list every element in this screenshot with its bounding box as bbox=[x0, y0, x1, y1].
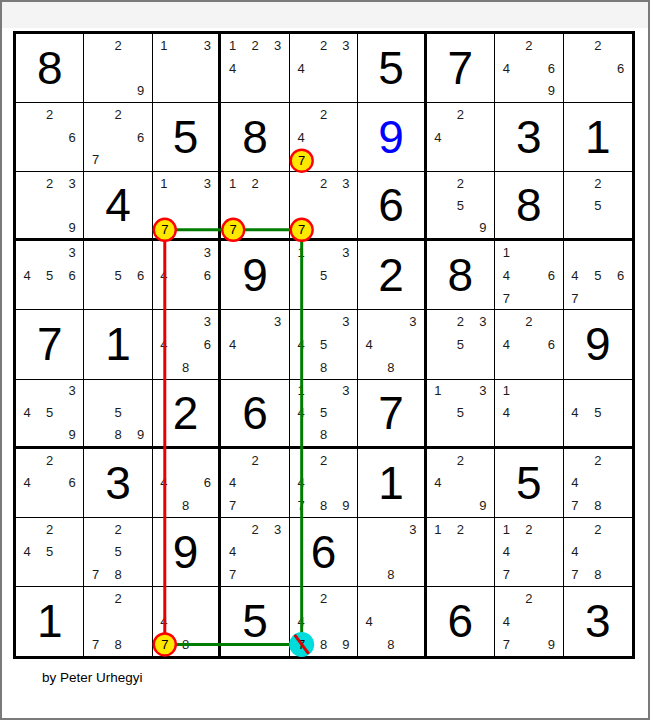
candidate-4: 4 bbox=[290, 471, 312, 494]
candidate-3: 3 bbox=[61, 380, 83, 402]
candidate-2: 2 bbox=[244, 172, 266, 194]
candidate-3: 3 bbox=[402, 518, 424, 541]
cell-r6c2[interactable]: 589 bbox=[84, 380, 152, 449]
cell-r2c2[interactable]: 267 bbox=[84, 103, 152, 172]
candidates: 234 bbox=[290, 34, 357, 102]
candidate-7: 7 bbox=[495, 563, 517, 586]
candidate-2: 2 bbox=[38, 518, 60, 541]
candidate-5: 5 bbox=[107, 540, 129, 563]
candidate-2: 2 bbox=[312, 587, 334, 610]
candidates: 127 bbox=[221, 172, 288, 238]
cell-r4c7[interactable]: 8 bbox=[427, 241, 495, 310]
cell-r9c4[interactable]: 5 bbox=[221, 587, 289, 656]
candidates: 246 bbox=[495, 310, 562, 378]
candidate-3: 3 bbox=[61, 172, 83, 194]
cell-r9c5[interactable]: 24789 bbox=[290, 587, 358, 656]
cell-r3c1[interactable]: 239 bbox=[16, 172, 84, 241]
cell-r2c4[interactable]: 8 bbox=[221, 103, 289, 172]
candidate-2: 2 bbox=[107, 103, 129, 126]
cell-r4c5[interactable]: 135 bbox=[290, 241, 358, 310]
candidate-7: 7 bbox=[84, 563, 106, 586]
given-digit: 6 bbox=[358, 172, 423, 238]
candidate-7: 7 bbox=[564, 494, 587, 517]
candidate-8: 8 bbox=[175, 356, 197, 379]
candidate-7: 7 bbox=[221, 563, 243, 586]
given-digit: 1 bbox=[358, 449, 423, 517]
candidate-2: 2 bbox=[312, 103, 334, 126]
candidates: 24789 bbox=[290, 587, 357, 656]
candidate-7: 7 bbox=[221, 216, 243, 238]
candidate-4: 4 bbox=[495, 402, 517, 424]
cell-r4c9[interactable]: 4567 bbox=[564, 241, 632, 310]
sudoku-board[interactable]: 8291312342345724692626267582479243123941… bbox=[13, 31, 635, 659]
candidate-4: 4 bbox=[16, 540, 38, 563]
candidates: 3456 bbox=[16, 241, 83, 309]
candidate-4: 4 bbox=[495, 610, 517, 633]
candidates: 1467 bbox=[495, 241, 562, 309]
candidate-1: 1 bbox=[495, 380, 517, 402]
candidate-6: 6 bbox=[197, 471, 219, 494]
candidate-1: 1 bbox=[495, 241, 517, 264]
candidate-7: 7 bbox=[290, 216, 312, 238]
cell-r1c8[interactable]: 2469 bbox=[495, 34, 563, 103]
candidates: 24 bbox=[427, 103, 494, 171]
candidates: 2347 bbox=[221, 518, 288, 586]
candidate-2: 2 bbox=[449, 103, 471, 126]
candidate-9: 9 bbox=[540, 633, 562, 656]
given-digit: 7 bbox=[427, 34, 494, 102]
candidates: 13 bbox=[153, 34, 218, 102]
candidate-8: 8 bbox=[175, 494, 197, 517]
candidate-4: 4 bbox=[564, 540, 587, 563]
given-digit: 5 bbox=[221, 587, 288, 656]
cell-r6c5[interactable]: 13458 bbox=[290, 380, 358, 449]
cell-r6c9[interactable]: 45 bbox=[564, 380, 632, 449]
candidates: 2469 bbox=[495, 34, 562, 102]
candidates: 348 bbox=[358, 310, 423, 378]
candidates: 235 bbox=[427, 310, 494, 378]
cell-r5c9[interactable]: 9 bbox=[564, 310, 632, 379]
given-digit: 7 bbox=[358, 380, 423, 446]
candidates: 246 bbox=[16, 449, 83, 517]
given-digit: 6 bbox=[221, 380, 288, 446]
cell-r1c7[interactable]: 7 bbox=[427, 34, 495, 103]
candidate-2: 2 bbox=[586, 172, 609, 194]
cell-r5c7[interactable]: 235 bbox=[427, 310, 495, 379]
candidate-3: 3 bbox=[402, 310, 424, 333]
cell-r5c8[interactable]: 246 bbox=[495, 310, 563, 379]
given-digit: 9 bbox=[221, 241, 288, 309]
candidate-2: 2 bbox=[518, 587, 540, 610]
candidate-3: 3 bbox=[61, 241, 83, 264]
cell-r4c1[interactable]: 3456 bbox=[16, 241, 84, 310]
cell-r2c9[interactable]: 1 bbox=[564, 103, 632, 172]
given-digit: 8 bbox=[495, 172, 562, 238]
cell-r8c6[interactable]: 38 bbox=[358, 518, 426, 587]
candidates: 589 bbox=[84, 380, 151, 446]
given-digit: 3 bbox=[495, 103, 562, 171]
candidate-2: 2 bbox=[244, 34, 266, 57]
candidate-6: 6 bbox=[609, 57, 632, 80]
candidate-5: 5 bbox=[586, 402, 609, 424]
candidate-2: 2 bbox=[38, 449, 60, 472]
candidate-3: 3 bbox=[266, 34, 288, 57]
candidate-1: 1 bbox=[427, 380, 449, 402]
candidate-7: 7 bbox=[290, 494, 312, 517]
cell-r7c9[interactable]: 2478 bbox=[564, 449, 632, 518]
candidate-2: 2 bbox=[38, 172, 60, 194]
candidates: 4567 bbox=[564, 241, 632, 309]
cell-r6c4[interactable]: 6 bbox=[221, 380, 289, 449]
candidate-6: 6 bbox=[197, 333, 219, 356]
candidate-3: 3 bbox=[472, 380, 494, 402]
candidate-2: 2 bbox=[449, 449, 471, 472]
candidate-4: 4 bbox=[427, 471, 449, 494]
candidate-7: 7 bbox=[84, 633, 106, 656]
candidate-5: 5 bbox=[449, 333, 471, 356]
candidate-6: 6 bbox=[540, 57, 562, 80]
candidate-2: 2 bbox=[586, 34, 609, 57]
candidate-4: 4 bbox=[290, 402, 312, 424]
candidate-3: 3 bbox=[335, 241, 357, 264]
given-digit: 8 bbox=[16, 34, 83, 102]
candidate-2: 2 bbox=[312, 172, 334, 194]
cell-r7c7[interactable]: 249 bbox=[427, 449, 495, 518]
cell-r7c1[interactable]: 246 bbox=[16, 449, 84, 518]
candidate-3: 3 bbox=[472, 310, 494, 333]
given-digit: 2 bbox=[153, 380, 218, 446]
cell-r8c1[interactable]: 245 bbox=[16, 518, 84, 587]
cell-r5c3[interactable]: 3468 bbox=[153, 310, 221, 379]
cell-r6c1[interactable]: 3459 bbox=[16, 380, 84, 449]
candidate-2: 2 bbox=[244, 518, 266, 541]
candidates: 267 bbox=[84, 103, 151, 171]
candidate-2: 2 bbox=[38, 103, 60, 126]
candidates: 26 bbox=[564, 34, 632, 102]
cell-r3c7[interactable]: 259 bbox=[427, 172, 495, 241]
candidate-2: 2 bbox=[449, 518, 471, 541]
candidate-1: 1 bbox=[427, 518, 449, 541]
cell-r1c3[interactable]: 13 bbox=[153, 34, 221, 103]
candidate-9: 9 bbox=[61, 424, 83, 446]
candidate-7: 7 bbox=[290, 633, 312, 656]
cell-r7c6[interactable]: 1 bbox=[358, 449, 426, 518]
cell-r9c3[interactable]: 478 bbox=[153, 587, 221, 656]
candidate-3: 3 bbox=[197, 241, 219, 264]
candidate-7: 7 bbox=[564, 287, 587, 310]
candidate-4: 4 bbox=[153, 264, 175, 287]
candidates: 25 bbox=[564, 172, 632, 238]
candidate-2: 2 bbox=[518, 518, 540, 541]
candidates: 45 bbox=[564, 380, 632, 446]
cell-r7c4[interactable]: 247 bbox=[221, 449, 289, 518]
candidate-9: 9 bbox=[335, 633, 357, 656]
candidate-3: 3 bbox=[197, 172, 219, 194]
cell-r9c9[interactable]: 3 bbox=[564, 587, 632, 656]
candidates: 34 bbox=[221, 310, 288, 378]
cell-r5c4[interactable]: 34 bbox=[221, 310, 289, 379]
candidate-4: 4 bbox=[221, 471, 243, 494]
cell-r8c5[interactable]: 6 bbox=[290, 518, 358, 587]
candidate-4: 4 bbox=[290, 333, 312, 356]
candidates: 478 bbox=[153, 587, 218, 656]
candidate-8: 8 bbox=[586, 563, 609, 586]
cell-r6c3[interactable]: 2 bbox=[153, 380, 221, 449]
candidate-8: 8 bbox=[380, 633, 402, 656]
given-digit: 3 bbox=[84, 449, 151, 517]
candidate-3: 3 bbox=[335, 310, 357, 333]
candidate-6: 6 bbox=[609, 264, 632, 287]
given-digit: 1 bbox=[564, 103, 632, 171]
given-digit: 5 bbox=[495, 449, 562, 517]
candidates: 239 bbox=[16, 172, 83, 238]
cell-r2c5[interactable]: 247 bbox=[290, 103, 358, 172]
given-digit: 9 bbox=[153, 518, 218, 586]
cell-r7c8[interactable]: 5 bbox=[495, 449, 563, 518]
candidate-5: 5 bbox=[38, 264, 60, 287]
cell-r3c5[interactable]: 237 bbox=[290, 172, 358, 241]
candidate-7: 7 bbox=[84, 149, 106, 172]
candidate-2: 2 bbox=[107, 518, 129, 541]
candidates: 38 bbox=[358, 518, 423, 586]
candidate-3: 3 bbox=[335, 380, 357, 402]
candidate-5: 5 bbox=[38, 402, 60, 424]
cell-r9c8[interactable]: 2479 bbox=[495, 587, 563, 656]
candidate-5: 5 bbox=[107, 402, 129, 424]
cell-r4c3[interactable]: 346 bbox=[153, 241, 221, 310]
candidate-2: 2 bbox=[449, 310, 471, 333]
candidate-4: 4 bbox=[221, 57, 243, 80]
candidate-6: 6 bbox=[540, 264, 562, 287]
cell-r1c1[interactable]: 8 bbox=[16, 34, 84, 103]
candidate-7: 7 bbox=[495, 287, 517, 310]
candidates: 48 bbox=[358, 587, 423, 656]
candidate-4: 4 bbox=[564, 264, 587, 287]
cell-r5c5[interactable]: 3458 bbox=[290, 310, 358, 379]
candidate-5: 5 bbox=[312, 402, 334, 424]
cell-r7c2[interactable]: 3 bbox=[84, 449, 152, 518]
candidate-7: 7 bbox=[153, 633, 175, 656]
cell-r5c2[interactable]: 1 bbox=[84, 310, 152, 379]
cell-r2c3[interactable]: 5 bbox=[153, 103, 221, 172]
cell-r2c8[interactable]: 3 bbox=[495, 103, 563, 172]
candidates: 1247 bbox=[495, 518, 562, 586]
candidates: 245 bbox=[16, 518, 83, 586]
cell-r1c9[interactable]: 26 bbox=[564, 34, 632, 103]
cell-r6c8[interactable]: 14 bbox=[495, 380, 563, 449]
candidate-2: 2 bbox=[449, 172, 471, 194]
candidates: 2578 bbox=[84, 518, 151, 586]
candidates: 247 bbox=[290, 103, 357, 171]
candidate-2: 2 bbox=[586, 518, 609, 541]
cell-r5c6[interactable]: 348 bbox=[358, 310, 426, 379]
candidate-3: 3 bbox=[197, 34, 219, 57]
candidates: 2478 bbox=[564, 518, 632, 586]
candidate-4: 4 bbox=[16, 264, 38, 287]
candidates: 468 bbox=[153, 449, 218, 517]
candidate-4: 4 bbox=[153, 333, 175, 356]
candidate-6: 6 bbox=[540, 333, 562, 356]
cell-r1c4[interactable]: 1234 bbox=[221, 34, 289, 103]
cell-r8c9[interactable]: 2478 bbox=[564, 518, 632, 587]
candidate-1: 1 bbox=[290, 380, 312, 402]
candidate-2: 2 bbox=[518, 34, 540, 57]
candidate-5: 5 bbox=[449, 402, 471, 424]
candidate-8: 8 bbox=[380, 563, 402, 586]
cell-r2c7[interactable]: 24 bbox=[427, 103, 495, 172]
cell-r3c4[interactable]: 127 bbox=[221, 172, 289, 241]
cell-r1c2[interactable]: 29 bbox=[84, 34, 152, 103]
candidates: 135 bbox=[290, 241, 357, 309]
cell-r8c7[interactable]: 12 bbox=[427, 518, 495, 587]
cell-r1c5[interactable]: 234 bbox=[290, 34, 358, 103]
cell-r3c9[interactable]: 25 bbox=[564, 172, 632, 241]
candidate-4: 4 bbox=[290, 610, 312, 633]
cell-r3c6[interactable]: 6 bbox=[358, 172, 426, 241]
candidate-6: 6 bbox=[61, 471, 83, 494]
given-digit: 1 bbox=[84, 310, 151, 378]
candidate-7: 7 bbox=[495, 633, 517, 656]
candidate-7: 7 bbox=[564, 563, 587, 586]
candidates: 3459 bbox=[16, 380, 83, 446]
cell-r8c4[interactable]: 2347 bbox=[221, 518, 289, 587]
candidate-4: 4 bbox=[495, 333, 517, 356]
candidate-9: 9 bbox=[472, 216, 494, 238]
candidates: 137 bbox=[153, 172, 218, 238]
candidate-5: 5 bbox=[449, 194, 471, 216]
candidate-3: 3 bbox=[197, 310, 219, 333]
candidate-4: 4 bbox=[16, 402, 38, 424]
candidate-4: 4 bbox=[495, 264, 517, 287]
candidate-3: 3 bbox=[335, 172, 357, 194]
candidate-8: 8 bbox=[380, 356, 402, 379]
cell-r6c6[interactable]: 7 bbox=[358, 380, 426, 449]
candidate-7: 7 bbox=[153, 216, 175, 238]
candidate-9: 9 bbox=[61, 216, 83, 238]
candidate-5: 5 bbox=[312, 333, 334, 356]
window-top-strip bbox=[2, 2, 648, 28]
candidate-9: 9 bbox=[129, 424, 151, 446]
cell-r4c4[interactable]: 9 bbox=[221, 241, 289, 310]
cell-r9c1[interactable]: 1 bbox=[16, 587, 84, 656]
cell-r9c2[interactable]: 278 bbox=[84, 587, 152, 656]
cell-r8c2[interactable]: 2578 bbox=[84, 518, 152, 587]
candidate-3: 3 bbox=[266, 518, 288, 541]
candidate-5: 5 bbox=[586, 264, 609, 287]
candidate-4: 4 bbox=[221, 540, 243, 563]
candidates: 24789 bbox=[290, 449, 357, 517]
candidate-8: 8 bbox=[312, 494, 334, 517]
candidate-5: 5 bbox=[38, 540, 60, 563]
candidate-6: 6 bbox=[197, 264, 219, 287]
candidates: 247 bbox=[221, 449, 288, 517]
cell-r3c8[interactable]: 8 bbox=[495, 172, 563, 241]
candidate-7: 7 bbox=[221, 494, 243, 517]
candidate-1: 1 bbox=[221, 172, 243, 194]
cell-r8c8[interactable]: 1247 bbox=[495, 518, 563, 587]
cell-r6c7[interactable]: 135 bbox=[427, 380, 495, 449]
sudoku-app-window: 8291312342345724692626267582479243123941… bbox=[0, 0, 650, 720]
candidate-2: 2 bbox=[518, 310, 540, 333]
candidate-2: 2 bbox=[586, 449, 609, 472]
given-digit: 1 bbox=[16, 587, 83, 656]
given-digit: 5 bbox=[358, 34, 423, 102]
cell-r8c3[interactable]: 9 bbox=[153, 518, 221, 587]
candidate-8: 8 bbox=[175, 633, 197, 656]
cell-r4c6[interactable]: 2 bbox=[358, 241, 426, 310]
candidate-2: 2 bbox=[244, 449, 266, 472]
given-digit: 4 bbox=[84, 172, 151, 238]
cell-r1c6[interactable]: 5 bbox=[358, 34, 426, 103]
given-digit: 3 bbox=[564, 587, 632, 656]
candidates: 135 bbox=[427, 380, 494, 446]
candidate-8: 8 bbox=[107, 563, 129, 586]
candidates: 346 bbox=[153, 241, 218, 309]
candidate-8: 8 bbox=[107, 424, 129, 446]
candidate-4: 4 bbox=[358, 610, 380, 633]
cell-r4c2[interactable]: 56 bbox=[84, 241, 152, 310]
candidate-8: 8 bbox=[586, 494, 609, 517]
candidate-5: 5 bbox=[586, 194, 609, 216]
candidate-6: 6 bbox=[61, 264, 83, 287]
candidate-4: 4 bbox=[495, 540, 517, 563]
cell-r7c3[interactable]: 468 bbox=[153, 449, 221, 518]
cell-r2c1[interactable]: 26 bbox=[16, 103, 84, 172]
candidates: 12 bbox=[427, 518, 494, 586]
cell-r5c1[interactable]: 7 bbox=[16, 310, 84, 379]
cell-r9c6[interactable]: 48 bbox=[358, 587, 426, 656]
sudoku-cells: 8291312342345724692626267582479243123941… bbox=[16, 34, 632, 656]
candidate-9: 9 bbox=[129, 79, 151, 102]
candidate-1: 1 bbox=[290, 241, 312, 264]
candidate-1: 1 bbox=[153, 172, 175, 194]
candidate-3: 3 bbox=[266, 310, 288, 333]
candidates: 3458 bbox=[290, 310, 357, 378]
cell-r3c3[interactable]: 137 bbox=[153, 172, 221, 241]
given-digit: 9 bbox=[564, 310, 632, 378]
candidate-5: 5 bbox=[107, 264, 129, 287]
cell-r4c8[interactable]: 1467 bbox=[495, 241, 563, 310]
candidate-4: 4 bbox=[290, 57, 312, 80]
cell-r9c7[interactable]: 6 bbox=[427, 587, 495, 656]
candidate-8: 8 bbox=[312, 633, 334, 656]
candidate-8: 8 bbox=[107, 633, 129, 656]
candidates: 278 bbox=[84, 587, 151, 656]
candidates: 259 bbox=[427, 172, 494, 238]
candidate-9: 9 bbox=[540, 79, 562, 102]
candidate-1: 1 bbox=[495, 518, 517, 541]
given-digit: 5 bbox=[153, 103, 218, 171]
candidates: 3468 bbox=[153, 310, 218, 378]
candidate-4: 4 bbox=[221, 333, 243, 356]
candidates: 14 bbox=[495, 380, 562, 446]
cell-r2c6[interactable]: 9 bbox=[358, 103, 426, 172]
candidate-9: 9 bbox=[335, 494, 357, 517]
candidate-2: 2 bbox=[107, 587, 129, 610]
candidate-4: 4 bbox=[290, 126, 312, 149]
candidate-2: 2 bbox=[107, 34, 129, 57]
cell-r3c2[interactable]: 4 bbox=[84, 172, 152, 241]
candidates: 2479 bbox=[495, 587, 562, 656]
candidate-4: 4 bbox=[153, 610, 175, 633]
given-digit: 6 bbox=[427, 587, 494, 656]
candidate-1: 1 bbox=[221, 34, 243, 57]
candidate-6: 6 bbox=[129, 264, 151, 287]
cell-r7c5[interactable]: 24789 bbox=[290, 449, 358, 518]
candidate-4: 4 bbox=[427, 126, 449, 149]
candidates: 2478 bbox=[564, 449, 632, 517]
given-digit: 8 bbox=[427, 241, 494, 309]
